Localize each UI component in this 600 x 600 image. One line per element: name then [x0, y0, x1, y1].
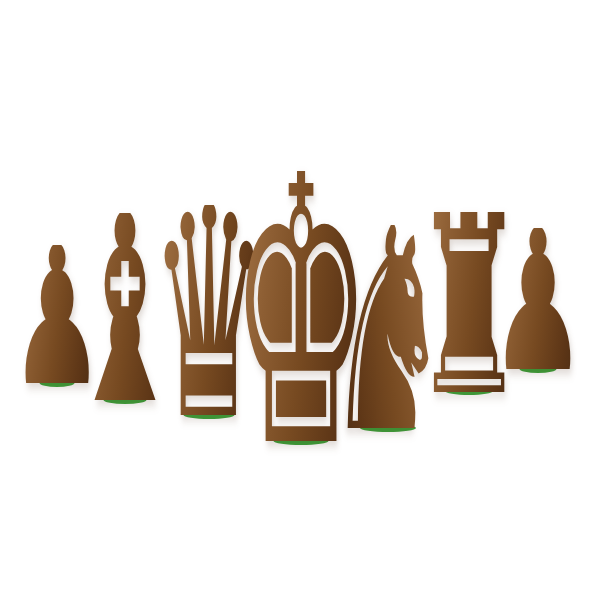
chess-pieces-photo: ♟♝♛♚♞♜♟ — [0, 0, 600, 600]
piece-row: ♟♝♛♚♞♜♟ — [0, 0, 600, 600]
piece-king: ♚ — [230, 171, 371, 452]
